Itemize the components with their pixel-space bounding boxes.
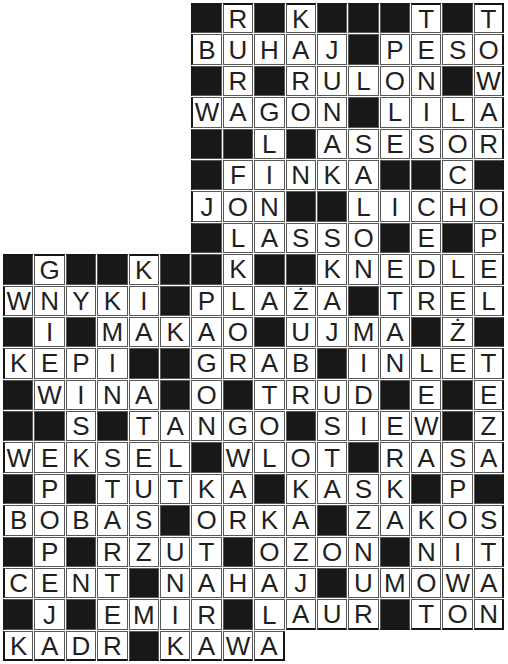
cell-r14c7: N [191,411,221,441]
cell-r14c12: I [348,411,378,441]
cell-r15c14: A [411,442,441,472]
cell-r3c11: U [317,66,347,96]
cell-r16c13: K [380,474,410,504]
cell-r14c5: T [129,411,159,441]
block-cell-r9c4 [97,254,127,284]
cell-r16c12: S [348,474,378,504]
block-cell-r6c14 [411,160,441,190]
cell-r10c15: E [442,286,472,316]
block-cell-r5c10 [286,129,316,159]
cell-r20c9: L [254,599,284,629]
cell-r20c12: R [348,599,378,629]
cell-r9c5: K [129,254,159,284]
cell-r10c3: Y [66,286,96,316]
cell-r15c1: W [3,442,33,472]
cell-r21c9: A [254,631,284,661]
block-cell-r9c1 [3,254,33,284]
block-cell-r6c16 [474,160,504,190]
cell-r11c10: U [286,317,316,347]
cell-r11c7: A [191,317,221,347]
cell-r4c15: L [442,97,472,127]
cell-r12c9: A [254,348,284,378]
block-cell-r14c1 [3,411,33,441]
cell-r16c7: K [191,474,221,504]
cell-r18c14: N [411,537,441,567]
cell-r20c14: T [411,599,441,629]
block-cell-r9c9 [254,254,284,284]
block-cell-r5c7 [191,129,221,159]
cell-r1c16: T [474,3,504,33]
cell-r21c8: W [223,631,253,661]
cell-r12c13: N [380,348,410,378]
block-cell-r1c12 [348,3,378,33]
cell-r11c4: M [97,317,127,347]
cell-r19c14: O [411,568,441,598]
cell-r16c6: T [160,474,190,504]
cell-r9c16: E [474,254,504,284]
cell-r3c10: R [286,66,316,96]
block-cell-r12c5 [129,348,159,378]
block-cell-r11c14 [411,317,441,347]
block-cell-r14c4 [97,411,127,441]
cell-r15c13: R [380,442,410,472]
cell-r19c8: H [223,568,253,598]
cell-r21c7: A [191,631,221,661]
block-cell-r14c15 [442,411,472,441]
cell-r9c11: K [317,254,347,284]
block-cell-r9c10 [286,254,316,284]
cell-r9c2: G [34,254,64,284]
block-cell-r3c15 [442,66,472,96]
cell-r15c10: O [286,442,316,472]
cell-r6c8: F [223,160,253,190]
cell-r16c5: U [129,474,159,504]
cell-r6c12: A [348,160,378,190]
cell-r2c10: A [286,34,316,64]
block-cell-r20c13 [380,599,410,629]
block-cell-r7c11 [317,191,347,221]
cell-r3c14: N [411,66,441,96]
cell-r12c2: E [34,348,64,378]
cell-r4c11: N [317,97,347,127]
cell-r12c10: B [286,348,316,378]
cell-r11c2: I [34,317,64,347]
cell-r17c10: A [286,505,316,535]
cell-r13c5: A [129,380,159,410]
cell-r19c12: U [348,568,378,598]
block-cell-r13c6 [160,380,190,410]
cell-r2c7: B [191,34,221,64]
cell-r18c11: O [317,537,347,567]
cell-r18c7: T [191,537,221,567]
block-cell-r19c11 [317,568,347,598]
cell-r2c16: O [474,34,504,64]
block-cell-r18c1 [3,537,33,567]
cell-r4c9: G [254,97,284,127]
cell-r21c1: K [3,631,33,661]
cell-r8c11: S [317,223,347,253]
cell-r15c2: E [34,442,64,472]
cell-r12c12: I [348,348,378,378]
cell-r19c3: N [66,568,96,598]
cell-r15c6: L [160,442,190,472]
cell-r17c8: R [223,505,253,535]
cell-r20c15: O [442,599,472,629]
block-cell-r18c3 [66,537,96,567]
cell-r13c11: U [317,380,347,410]
block-cell-r15c12 [348,442,378,472]
block-cell-r14c10 [286,411,316,441]
cell-r8c9: A [254,223,284,253]
cell-r19c2: E [34,568,64,598]
cell-r18c9: O [254,537,284,567]
cell-r19c13: M [380,568,410,598]
block-cell-r11c16 [474,317,504,347]
crossword-page: RKTTBUHAJPESORRULONWWAGONLILALASESORFINK… [0,0,508,664]
cell-r5c12: S [348,129,378,159]
cell-r13c3: I [66,380,96,410]
cell-r2c15: S [442,34,472,64]
cell-r21c2: A [34,631,64,661]
cell-r14c16: Z [474,411,504,441]
block-cell-r20c1 [3,599,33,629]
block-cell-r11c1 [3,317,33,347]
block-cell-r3c9 [254,66,284,96]
cell-r21c4: R [97,631,127,661]
cell-r17c13: A [380,505,410,535]
cell-r7c7: J [191,191,221,221]
block-cell-r8c7 [191,223,221,253]
cell-r11c13: A [380,317,410,347]
cell-r2c8: U [223,34,253,64]
cell-r3c13: O [380,66,410,96]
cell-r20c10: A [286,599,316,629]
cell-r15c11: T [317,442,347,472]
cell-r20c4: E [97,599,127,629]
cell-r11c15: Ż [442,317,472,347]
cell-r4c7: W [191,97,221,127]
cell-r20c6: I [160,599,190,629]
block-cell-r8c13 [380,223,410,253]
cell-r14c3: S [66,411,96,441]
block-cell-r6c7 [191,160,221,190]
block-cell-r1c13 [380,3,410,33]
cell-r7c13: I [380,191,410,221]
block-cell-r21c5 [129,631,159,661]
block-cell-r13c13 [380,380,410,410]
cell-r10c8: L [223,286,253,316]
cell-r16c2: P [34,474,64,504]
cell-r19c4: T [97,568,127,598]
cell-r21c6: K [160,631,190,661]
block-cell-r17c11 [317,505,347,535]
cell-r10c9: A [254,286,284,316]
block-cell-r16c3 [66,474,96,504]
cell-r15c3: K [66,442,96,472]
block-cell-r11c3 [66,317,96,347]
block-cell-r13c1 [3,380,33,410]
cell-r12c3: P [66,348,96,378]
cell-r13c7: O [191,380,221,410]
cell-r17c14: K [411,505,441,535]
cell-r14c14: W [411,411,441,441]
cell-r20c5: M [129,599,159,629]
cell-r6c10: N [286,160,316,190]
block-cell-r20c3 [66,599,96,629]
cell-r19c1: C [3,568,33,598]
cell-r11c6: K [160,317,190,347]
cell-r16c11: A [317,474,347,504]
block-cell-r16c14 [411,474,441,504]
cell-r10c13: T [380,286,410,316]
cell-r12c4: I [97,348,127,378]
cell-r18c5: Z [129,537,159,567]
block-cell-r7c10 [286,191,316,221]
block-cell-r20c8 [223,599,253,629]
cell-r18c15: I [442,537,472,567]
cell-r10c16: L [474,286,504,316]
cell-r17c2: O [34,505,64,535]
cell-r19c9: A [254,568,284,598]
cell-r19c15: W [442,568,472,598]
cell-r19c7: A [191,568,221,598]
cell-r6c11: K [317,160,347,190]
cell-r14c11: S [317,411,347,441]
cell-r19c6: N [160,568,190,598]
block-cell-r1c15 [442,3,472,33]
cell-r7c9: N [254,191,284,221]
cell-r1c8: R [223,3,253,33]
block-cell-r1c11 [317,3,347,33]
block-cell-r12c11 [317,348,347,378]
cell-r18c4: R [97,537,127,567]
cell-r20c11: U [317,599,347,629]
cell-r4c14: I [411,97,441,127]
block-cell-r19c5 [129,568,159,598]
cell-r14c9: O [254,411,284,441]
block-cell-r5c8 [223,129,253,159]
cell-r17c7: O [191,505,221,535]
cell-r21c3: D [66,631,96,661]
block-cell-r18c13 [380,537,410,567]
cell-r13c10: R [286,380,316,410]
cell-r9c12: N [348,254,378,284]
cell-r17c3: B [66,505,96,535]
cell-r15c4: S [97,442,127,472]
cell-r9c8: K [223,254,253,284]
cell-r6c15: C [442,160,472,190]
cell-r9c13: E [380,254,410,284]
block-cell-r16c16 [474,474,504,504]
block-cell-r9c3 [66,254,96,284]
cell-r9c15: L [442,254,472,284]
block-cell-r3c7 [191,66,221,96]
cell-r13c4: N [97,380,127,410]
cell-r8c12: O [348,223,378,253]
block-cell-r16c9 [254,474,284,504]
block-cell-r10c12 [348,286,378,316]
cell-r5c15: O [442,129,472,159]
block-cell-r16c1 [3,474,33,504]
cell-r14c13: E [380,411,410,441]
cell-r18c16: T [474,537,504,567]
cell-r12c8: R [223,348,253,378]
cell-r10c1: W [3,286,33,316]
cell-r7c12: L [348,191,378,221]
block-cell-r1c9 [254,3,284,33]
cell-r10c14: R [411,286,441,316]
block-cell-r11c9 [254,317,284,347]
cell-r12c14: L [411,348,441,378]
block-cell-r15c7 [191,442,221,472]
cell-r10c5: I [129,286,159,316]
cell-r18c2: P [34,537,64,567]
cell-r13c2: W [34,380,64,410]
cell-r2c9: H [254,34,284,64]
cell-r13c16: E [474,380,504,410]
cell-r12c15: E [442,348,472,378]
cell-r19c16: A [474,568,504,598]
block-cell-r17c6 [160,505,190,535]
block-cell-r2c12 [348,34,378,64]
cell-r18c12: N [348,537,378,567]
cell-r8c14: E [411,223,441,253]
cell-r4c16: A [474,97,504,127]
cell-r8c16: P [474,223,504,253]
cell-r16c10: K [286,474,316,504]
cell-r20c2: J [34,599,64,629]
cell-r7c16: O [474,191,504,221]
cell-r2c14: E [411,34,441,64]
cell-r3c8: R [223,66,253,96]
cell-r17c16: S [474,505,504,535]
block-cell-r12c6 [160,348,190,378]
cell-r16c15: P [442,474,472,504]
cell-r12c1: K [3,348,33,378]
cell-r14c6: A [160,411,190,441]
block-cell-r8c15 [442,223,472,253]
cell-r3c16: W [474,66,504,96]
cell-r13c9: T [254,380,284,410]
crossword-board: RKTTBUHAJPESORRULONWWAGONLILALASESORFINK… [3,3,504,661]
cell-r11c8: O [223,317,253,347]
cell-r15c8: W [223,442,253,472]
cell-r20c7: R [191,599,221,629]
cell-r14c8: G [223,411,253,441]
cell-r17c1: B [3,505,33,535]
cell-r5c9: L [254,129,284,159]
cell-r4c13: L [380,97,410,127]
block-cell-r1c7 [191,3,221,33]
cell-r5c13: E [380,129,410,159]
cell-r10c10: Ż [286,286,316,316]
cell-r18c10: Z [286,537,316,567]
cell-r17c12: Z [348,505,378,535]
cell-r2c11: J [317,34,347,64]
cell-r17c5: S [129,505,159,535]
cell-r5c16: R [474,129,504,159]
block-cell-r13c15 [442,380,472,410]
cell-r17c4: A [97,505,127,535]
cell-r10c2: N [34,286,64,316]
cell-r12c16: T [474,348,504,378]
cell-r7c8: O [223,191,253,221]
cell-r5c11: A [317,129,347,159]
block-cell-r13c8 [223,380,253,410]
cell-r10c11: A [317,286,347,316]
cell-r15c5: E [129,442,159,472]
cell-r4c10: O [286,97,316,127]
cell-r10c4: K [97,286,127,316]
cell-r16c4: T [97,474,127,504]
cell-r6c9: I [254,160,284,190]
cell-r11c12: M [348,317,378,347]
cell-r20c16: N [474,599,504,629]
cell-r7c15: H [442,191,472,221]
cell-r12c7: G [191,348,221,378]
cell-r3c12: L [348,66,378,96]
block-cell-r18c8 [223,537,253,567]
block-cell-r4c12 [348,97,378,127]
cell-r13c14: E [411,380,441,410]
cell-r15c16: A [474,442,504,472]
cell-r10c7: P [191,286,221,316]
cell-r17c9: K [254,505,284,535]
cell-r7c14: C [411,191,441,221]
cell-r11c11: J [317,317,347,347]
block-cell-r9c6 [160,254,190,284]
cell-r1c14: T [411,3,441,33]
block-cell-r9c7 [191,254,221,284]
cell-r4c8: A [223,97,253,127]
cell-r11c5: A [129,317,159,347]
cell-r15c9: L [254,442,284,472]
cell-r16c8: A [223,474,253,504]
block-cell-r10c6 [160,286,190,316]
cell-r2c13: P [380,34,410,64]
cell-r18c6: U [160,537,190,567]
cell-r8c8: L [223,223,253,253]
cell-r8c10: S [286,223,316,253]
block-cell-r6c13 [380,160,410,190]
cell-r19c10: J [286,568,316,598]
cell-r1c10: K [286,3,316,33]
cell-r15c15: S [442,442,472,472]
cell-r9c14: D [411,254,441,284]
block-cell-r14c2 [34,411,64,441]
cell-r17c15: O [442,505,472,535]
cell-r5c14: S [411,129,441,159]
cell-r13c12: D [348,380,378,410]
